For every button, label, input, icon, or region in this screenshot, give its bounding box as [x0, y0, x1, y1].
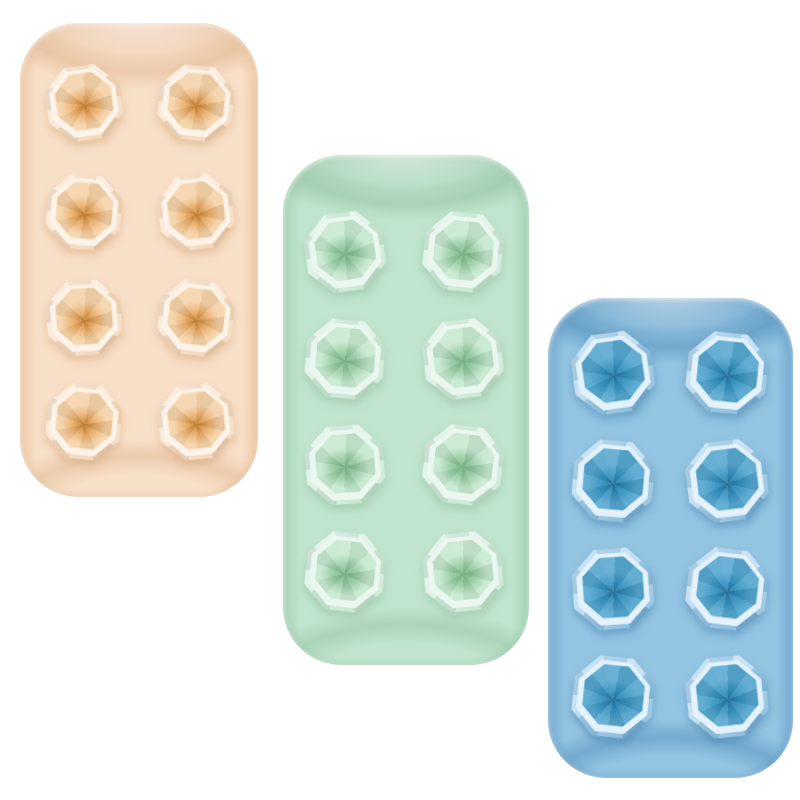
tray-peach-cavity-7	[42, 380, 126, 464]
tray-blue	[548, 298, 793, 778]
tray-mint-cavity-2	[419, 208, 507, 296]
tray-peach-cavity-4	[154, 170, 239, 255]
tray-peach-cavity-6	[154, 276, 239, 361]
tray-mint-cavity-5	[302, 422, 387, 507]
tray-mint	[283, 155, 529, 665]
tray-peach	[20, 23, 258, 497]
tray-blue-cavity-3	[569, 437, 658, 526]
tray-blue-cavity-2	[682, 328, 772, 418]
tray-peach-cavity-1	[41, 60, 127, 146]
tray-mint-cavity-6	[418, 420, 507, 509]
tray-mint-cavity-3	[302, 316, 389, 403]
tray-blue-cavity-4	[681, 435, 772, 526]
tray-blue-cavity-8	[682, 652, 772, 742]
product-photo	[0, 0, 800, 800]
tray-peach-cavity-8	[154, 380, 238, 464]
tray-mint-cavity-1	[300, 207, 390, 297]
tray-peach-cavity-2	[154, 61, 238, 145]
tray-blue-cavity-7	[568, 652, 658, 742]
tray-blue-cavity-1	[567, 327, 660, 420]
tray-peach-cavity-5	[43, 277, 124, 358]
tray-blue-cavity-6	[681, 543, 772, 634]
tray-mint-cavity-8	[419, 528, 507, 616]
tray-mint-cavity-4	[418, 314, 507, 403]
tray-blue-cavity-5	[569, 545, 657, 633]
tray-peach-cavity-3	[43, 171, 125, 253]
tray-mint-cavity-7	[301, 528, 389, 616]
